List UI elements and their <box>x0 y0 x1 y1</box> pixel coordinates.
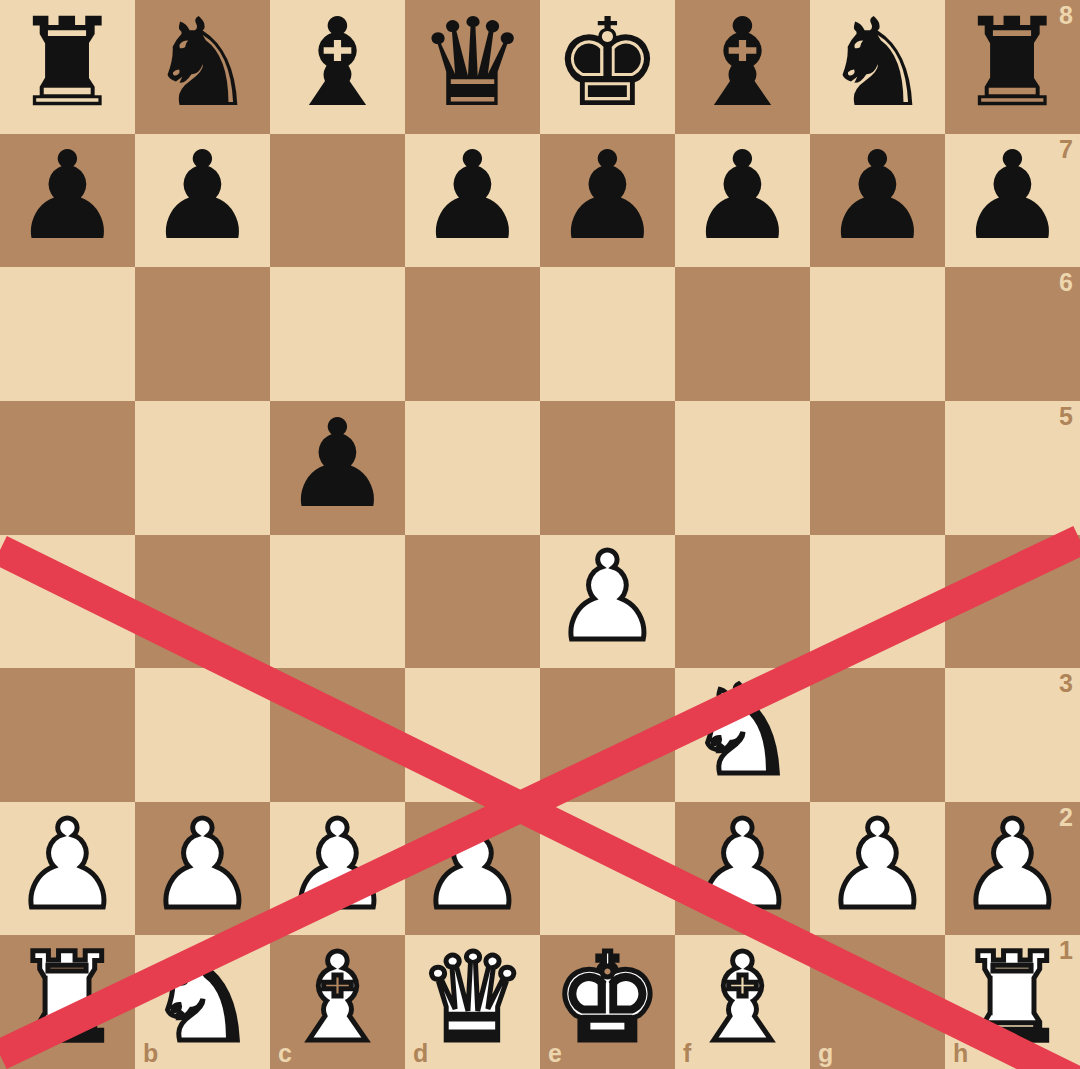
piece-black-pawn[interactable]: ♟ <box>13 135 122 257</box>
square-h7[interactable]: ♟7 <box>945 134 1080 268</box>
square-g4[interactable] <box>810 535 945 669</box>
piece-white-pawn[interactable]: ♟ <box>823 804 932 926</box>
square-d7[interactable]: ♟ <box>405 134 540 268</box>
piece-black-pawn[interactable]: ♟ <box>823 135 932 257</box>
square-a1[interactable]: ♜a <box>0 935 135 1069</box>
square-f1[interactable]: ♝f <box>675 935 810 1069</box>
square-b8[interactable]: ♞ <box>135 0 270 134</box>
square-f8[interactable]: ♝ <box>675 0 810 134</box>
file-label-c: c <box>278 1041 292 1066</box>
square-f4[interactable] <box>675 535 810 669</box>
piece-black-pawn[interactable]: ♟ <box>688 135 797 257</box>
square-h1[interactable]: ♜1h <box>945 935 1080 1069</box>
square-a5[interactable] <box>0 401 135 535</box>
square-g6[interactable] <box>810 267 945 401</box>
square-h3[interactable]: 3 <box>945 668 1080 802</box>
square-d4[interactable] <box>405 535 540 669</box>
square-c3[interactable] <box>270 668 405 802</box>
piece-white-queen[interactable]: ♛ <box>418 937 527 1059</box>
piece-white-king[interactable]: ♚ <box>553 937 662 1059</box>
piece-white-knight[interactable]: ♞ <box>148 937 257 1059</box>
square-g5[interactable] <box>810 401 945 535</box>
square-a7[interactable]: ♟ <box>0 134 135 268</box>
piece-black-rook[interactable]: ♜ <box>958 2 1067 124</box>
file-label-b: b <box>143 1041 158 1066</box>
piece-black-bishop[interactable]: ♝ <box>688 2 797 124</box>
piece-white-pawn[interactable]: ♟ <box>418 804 527 926</box>
square-b7[interactable]: ♟ <box>135 134 270 268</box>
chess-board-stage: ♜♞♝♛♚♝♞♜8♟♟♟♟♟♟♟76♟5♟4♞3♟♟♟♟♟♟♟2♜a♞b♝c♛d… <box>0 0 1080 1069</box>
square-e3[interactable] <box>540 668 675 802</box>
file-label-e: e <box>548 1041 562 1066</box>
square-g3[interactable] <box>810 668 945 802</box>
square-f2[interactable]: ♟ <box>675 802 810 936</box>
square-e6[interactable] <box>540 267 675 401</box>
square-b6[interactable] <box>135 267 270 401</box>
square-a8[interactable]: ♜ <box>0 0 135 134</box>
piece-black-bishop[interactable]: ♝ <box>283 2 392 124</box>
piece-white-pawn[interactable]: ♟ <box>283 804 392 926</box>
square-g1[interactable]: g <box>810 935 945 1069</box>
piece-black-pawn[interactable]: ♟ <box>958 135 1067 257</box>
file-label-f: f <box>683 1041 691 1066</box>
piece-white-rook[interactable]: ♜ <box>13 937 122 1059</box>
square-d1[interactable]: ♛d <box>405 935 540 1069</box>
rank-label-5: 5 <box>1059 404 1073 429</box>
rank-label-7: 7 <box>1059 137 1073 162</box>
piece-white-pawn[interactable]: ♟ <box>148 804 257 926</box>
file-label-h: h <box>953 1041 968 1066</box>
piece-white-rook[interactable]: ♜ <box>958 937 1067 1059</box>
square-b2[interactable]: ♟ <box>135 802 270 936</box>
square-e2[interactable] <box>540 802 675 936</box>
square-f3[interactable]: ♞ <box>675 668 810 802</box>
rank-label-6: 6 <box>1059 270 1073 295</box>
square-d2[interactable]: ♟ <box>405 802 540 936</box>
square-b1[interactable]: ♞b <box>135 935 270 1069</box>
rank-label-3: 3 <box>1059 671 1073 696</box>
piece-black-knight[interactable]: ♞ <box>823 2 932 124</box>
piece-black-queen[interactable]: ♛ <box>418 2 527 124</box>
square-d3[interactable] <box>405 668 540 802</box>
rank-label-2: 2 <box>1059 805 1073 830</box>
rank-label-1: 1 <box>1059 938 1073 963</box>
square-h2[interactable]: ♟2 <box>945 802 1080 936</box>
piece-white-bishop[interactable]: ♝ <box>283 937 392 1059</box>
file-label-g: g <box>818 1041 833 1066</box>
square-b5[interactable] <box>135 401 270 535</box>
square-a4[interactable] <box>0 535 135 669</box>
rank-label-4: 4 <box>1059 538 1073 563</box>
square-e7[interactable]: ♟ <box>540 134 675 268</box>
piece-white-pawn[interactable]: ♟ <box>958 804 1067 926</box>
piece-white-pawn[interactable]: ♟ <box>553 536 662 658</box>
square-c6[interactable] <box>270 267 405 401</box>
square-g7[interactable]: ♟ <box>810 134 945 268</box>
piece-black-rook[interactable]: ♜ <box>13 2 122 124</box>
piece-white-bishop[interactable]: ♝ <box>688 937 797 1059</box>
piece-black-pawn[interactable]: ♟ <box>283 403 392 525</box>
square-e1[interactable]: ♚e <box>540 935 675 1069</box>
square-e5[interactable] <box>540 401 675 535</box>
square-a3[interactable] <box>0 668 135 802</box>
piece-black-king[interactable]: ♚ <box>553 2 662 124</box>
chess-board: ♜♞♝♛♚♝♞♜8♟♟♟♟♟♟♟76♟5♟4♞3♟♟♟♟♟♟♟2♜a♞b♝c♛d… <box>0 0 1080 1069</box>
square-g8[interactable]: ♞ <box>810 0 945 134</box>
square-c4[interactable] <box>270 535 405 669</box>
piece-black-pawn[interactable]: ♟ <box>148 135 257 257</box>
square-e4[interactable]: ♟ <box>540 535 675 669</box>
square-d5[interactable] <box>405 401 540 535</box>
file-label-d: d <box>413 1041 428 1066</box>
square-c8[interactable]: ♝ <box>270 0 405 134</box>
square-c1[interactable]: ♝c <box>270 935 405 1069</box>
square-c5[interactable]: ♟ <box>270 401 405 535</box>
piece-white-pawn[interactable]: ♟ <box>13 804 122 926</box>
square-e8[interactable]: ♚ <box>540 0 675 134</box>
square-f7[interactable]: ♟ <box>675 134 810 268</box>
square-c2[interactable]: ♟ <box>270 802 405 936</box>
square-d8[interactable]: ♛ <box>405 0 540 134</box>
square-d6[interactable] <box>405 267 540 401</box>
square-h6[interactable]: 6 <box>945 267 1080 401</box>
square-a2[interactable]: ♟ <box>0 802 135 936</box>
square-h8[interactable]: ♜8 <box>945 0 1080 134</box>
piece-black-pawn[interactable]: ♟ <box>553 135 662 257</box>
piece-white-knight[interactable]: ♞ <box>688 670 797 792</box>
piece-white-pawn[interactable]: ♟ <box>688 804 797 926</box>
square-g2[interactable]: ♟ <box>810 802 945 936</box>
square-c7[interactable] <box>270 134 405 268</box>
square-b3[interactable] <box>135 668 270 802</box>
square-f5[interactable] <box>675 401 810 535</box>
rank-label-8: 8 <box>1059 3 1073 28</box>
square-a6[interactable] <box>0 267 135 401</box>
square-h4[interactable]: 4 <box>945 535 1080 669</box>
piece-black-pawn[interactable]: ♟ <box>418 135 527 257</box>
square-b4[interactable] <box>135 535 270 669</box>
file-label-a: a <box>8 1041 22 1066</box>
square-h5[interactable]: 5 <box>945 401 1080 535</box>
piece-black-knight[interactable]: ♞ <box>148 2 257 124</box>
square-f6[interactable] <box>675 267 810 401</box>
